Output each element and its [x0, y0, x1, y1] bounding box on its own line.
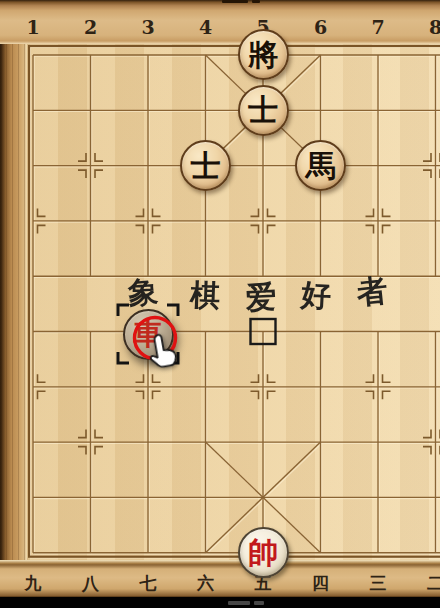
- letterbox-bar: [0, 597, 440, 608]
- piece-black-horse[interactable]: 馬: [295, 140, 346, 191]
- cropped-bottom-text: [228, 601, 250, 605]
- cropped-top-text: [222, 0, 248, 3]
- hand-cursor-icon: [143, 329, 185, 375]
- piece-black-advisor[interactable]: 士: [180, 140, 231, 191]
- xiangqi-app: 象棋爱好者 12345678 九八七六五四三二 將士士馬車帥: [0, 0, 440, 608]
- piece-red-general[interactable]: 帥: [238, 527, 289, 578]
- piece-black-advisor[interactable]: 士: [238, 85, 289, 136]
- piece-black-general[interactable]: 將: [238, 29, 289, 80]
- cropped-top-text: [252, 0, 260, 3]
- cropped-bottom-text: [254, 601, 264, 605]
- pieces-grid: 將士士馬車帥: [4, 27, 440, 580]
